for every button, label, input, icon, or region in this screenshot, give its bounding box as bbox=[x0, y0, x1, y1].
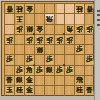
panel-cutoff-mark bbox=[97, 24, 100, 26]
shogi-piece-金-7-1[interactable]: 金 bbox=[25, 4, 34, 13]
square-8-4[interactable] bbox=[15, 35, 25, 45]
square-7-2[interactable] bbox=[25, 14, 35, 24]
shogi-piece-歩-5-6[interactable]: 歩 bbox=[45, 55, 54, 64]
square-9-5[interactable] bbox=[5, 45, 15, 55]
shogi-piece-歩-6-4[interactable]: 歩 bbox=[35, 35, 44, 44]
shogi-piece-歩-9-6[interactable]: 歩 bbox=[5, 55, 14, 64]
shogi-piece-金-7-9[interactable]: 金 bbox=[25, 86, 34, 95]
square-4-8[interactable] bbox=[55, 76, 65, 86]
square-2-4[interactable] bbox=[75, 35, 85, 45]
square-9-3[interactable] bbox=[5, 25, 15, 35]
shogi-piece-銀-5-7[interactable]: 銀 bbox=[45, 66, 54, 75]
shogi-piece-金-7-8[interactable]: 金 bbox=[25, 76, 34, 85]
square-6-6[interactable] bbox=[35, 55, 45, 65]
shogi-piece-香-9-8[interactable]: 香 bbox=[5, 76, 14, 85]
shogi-piece-銀-8-8[interactable]: 銀 bbox=[15, 76, 24, 85]
shogi-piece-香-9-1[interactable]: 香 bbox=[5, 4, 14, 13]
shogi-piece-歩-5-4[interactable]: 歩 bbox=[45, 35, 54, 44]
square-5-8[interactable] bbox=[45, 76, 55, 86]
square-3-6[interactable] bbox=[65, 55, 75, 65]
shogi-piece-歩-8-7[interactable]: 歩 bbox=[15, 66, 24, 75]
shogi-piece-香-1-1[interactable]: 香 bbox=[85, 4, 94, 13]
square-3-2[interactable] bbox=[65, 14, 75, 24]
square-7-5[interactable] bbox=[25, 45, 35, 55]
shogi-piece-歩-9-4[interactable]: 歩 bbox=[5, 35, 14, 44]
shogi-piece-歩-3-7[interactable]: 歩 bbox=[65, 66, 74, 75]
shogi-piece-歩-4-4[interactable]: 歩 bbox=[55, 35, 64, 44]
shogi-piece-飛-5-2[interactable]: 飛 bbox=[45, 14, 54, 23]
square-5-3[interactable] bbox=[45, 25, 55, 35]
square-6-8[interactable] bbox=[35, 76, 45, 86]
shogi-piece-歩-3-4[interactable]: 歩 bbox=[65, 35, 74, 44]
square-4-3[interactable] bbox=[55, 25, 65, 35]
square-8-5[interactable] bbox=[15, 45, 25, 55]
shogi-board[interactable]: 香桂金桂香王飛歩銀金角歩歩歩歩歩歩歩歩銀歩歩歩歩歩歩角歩銀歩歩香銀金飛玉桂金桂香 bbox=[1, 1, 94, 96]
square-9-2[interactable] bbox=[5, 14, 15, 24]
shogi-piece-銀-6-5[interactable]: 銀 bbox=[35, 45, 44, 54]
panel-cutoff-mark bbox=[97, 19, 100, 21]
shogi-piece-桂-8-1[interactable]: 桂 bbox=[15, 4, 24, 13]
shogi-piece-王-8-2[interactable]: 王 bbox=[15, 14, 24, 23]
square-4-5[interactable] bbox=[55, 45, 65, 55]
bottom-strip bbox=[0, 96, 94, 100]
shogi-piece-桂-2-9[interactable]: 桂 bbox=[75, 86, 84, 95]
square-4-2[interactable] bbox=[55, 14, 65, 24]
square-2-7[interactable] bbox=[75, 66, 85, 76]
panel-cutoff-mark bbox=[97, 14, 100, 16]
square-2-2[interactable] bbox=[75, 14, 85, 24]
square-6-2[interactable] bbox=[35, 14, 45, 24]
square-5-5[interactable] bbox=[45, 45, 55, 55]
shogi-piece-歩-1-6[interactable]: 歩 bbox=[85, 55, 94, 64]
shogi-piece-角-7-7[interactable]: 角 bbox=[25, 66, 34, 75]
shogi-piece-歩-4-7[interactable]: 歩 bbox=[55, 66, 64, 75]
shogi-piece-香-1-9[interactable]: 香 bbox=[85, 86, 94, 95]
shogi-piece-歩-2-5[interactable]: 歩 bbox=[75, 45, 84, 54]
right-side-panel[interactable] bbox=[94, 0, 100, 100]
square-2-6[interactable] bbox=[75, 55, 85, 65]
shogi-piece-歩-7-4[interactable]: 歩 bbox=[25, 35, 34, 44]
square-3-8[interactable] bbox=[65, 76, 75, 86]
shogi-piece-飛-2-8[interactable]: 飛 bbox=[75, 76, 84, 85]
shogi-piece-桂-2-1[interactable]: 桂 bbox=[75, 4, 84, 13]
square-6-1[interactable] bbox=[35, 4, 45, 14]
square-4-6[interactable] bbox=[55, 55, 65, 65]
panel-cutoff-mark bbox=[97, 10, 100, 12]
square-8-6[interactable] bbox=[15, 55, 25, 65]
shogi-piece-歩-7-6[interactable]: 歩 bbox=[25, 55, 34, 64]
shogi-piece-玉-9-9[interactable]: 玉 bbox=[5, 86, 14, 95]
square-3-1[interactable] bbox=[65, 4, 75, 14]
square-9-7[interactable] bbox=[5, 66, 15, 76]
shogi-piece-桂-8-9[interactable]: 桂 bbox=[15, 86, 24, 95]
square-3-5[interactable] bbox=[65, 45, 75, 55]
shogi-piece-歩-6-7[interactable]: 歩 bbox=[35, 66, 44, 75]
square-5-1[interactable] bbox=[45, 4, 55, 14]
square-4-1[interactable] bbox=[55, 4, 65, 14]
